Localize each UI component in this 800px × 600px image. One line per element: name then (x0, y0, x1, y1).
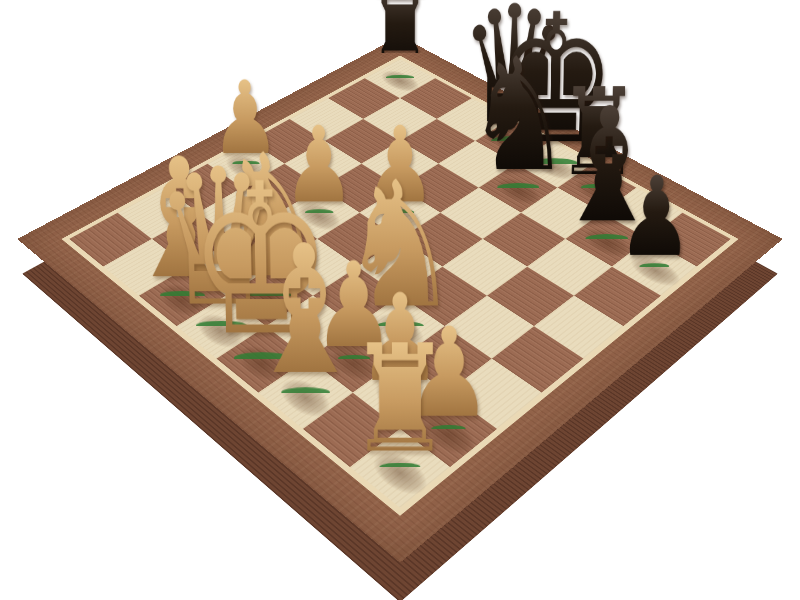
piece-white-bishop-f1[interactable]: ♝ (258, 359, 352, 429)
piece-black-pawn-h7[interactable]: ♟ (612, 239, 697, 296)
chess-board: ♚♛♜♝♝♞♞♟♟♟♟♟♟♜♛♚♜♞♝♟ (17, 36, 782, 563)
board-frame: ♚♛♜♝♝♞♞♟♟♟♟♟♟♜♛♚♜♞♝♟ (17, 36, 782, 563)
black-pawn-glyph: ♟ (617, 162, 696, 272)
piece-black-rook-a8[interactable]: ♜ (365, 59, 435, 98)
piece-white-rook-h1[interactable]: ♜ (350, 429, 450, 508)
piece-black-knight-e7[interactable]: ♞ (479, 164, 558, 213)
pieces-layer: ♚♛♜♝♝♞♞♟♟♟♟♟♟♜♛♚♜♞♝♟ (69, 59, 731, 508)
white-rook-glyph: ♜ (347, 325, 452, 473)
photo-scene: ♚♛♜♝♝♞♞♟♟♟♟♟♟♜♛♚♜♞♝♟ (0, 0, 800, 600)
product-photo: ♚♛♜♝♝♞♞♟♟♟♟♟♟♜♛♚♜♞♝♟ (0, 0, 800, 600)
black-rook-glyph: ♜ (363, 0, 437, 83)
